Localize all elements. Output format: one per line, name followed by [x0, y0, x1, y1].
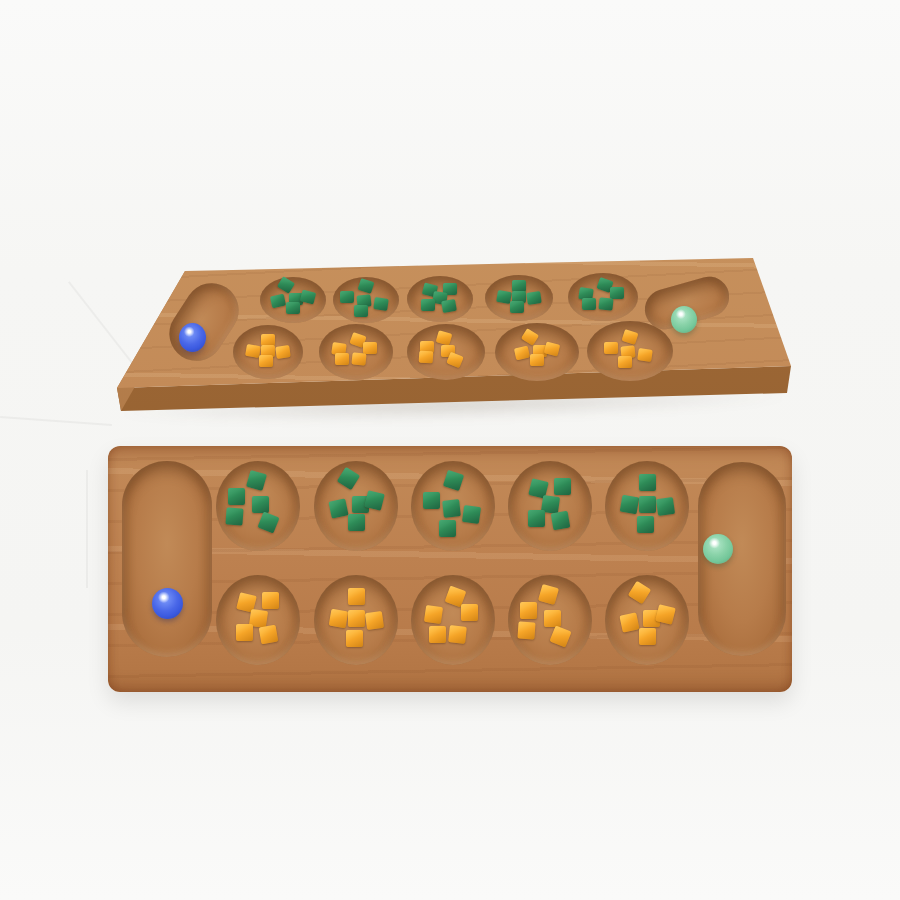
yellow-cube[interactable]: [258, 624, 278, 644]
green-cube[interactable]: [270, 294, 286, 309]
top-board-green-pit-1[interactable]: [260, 277, 326, 323]
yellow-cube[interactable]: [262, 592, 279, 609]
green-cube[interactable]: [582, 298, 596, 310]
top-board-yellow-pit-3[interactable]: [407, 324, 485, 380]
yellow-cube[interactable]: [328, 608, 348, 628]
green-cube[interactable]: [461, 504, 480, 523]
bottom-board-yellow-pit-5[interactable]: [605, 575, 689, 665]
green-cube[interactable]: [554, 478, 571, 495]
yellow-cube[interactable]: [549, 625, 571, 647]
yellow-cube[interactable]: [436, 330, 453, 345]
yellow-cube[interactable]: [335, 353, 349, 365]
yellow-cube[interactable]: [275, 345, 291, 359]
yellow-cube[interactable]: [446, 352, 463, 368]
bottom-board-yellow-pit-4[interactable]: [508, 575, 592, 665]
green-cube[interactable]: [423, 492, 440, 509]
yellow-cube[interactable]: [655, 604, 676, 625]
green-cube[interactable]: [225, 507, 243, 525]
yellow-cube[interactable]: [364, 610, 383, 629]
green-cube[interactable]: [257, 511, 279, 533]
green-cube[interactable]: [442, 499, 461, 518]
yellow-cube[interactable]: [604, 342, 618, 354]
yellow-cube[interactable]: [530, 354, 544, 366]
green-cube[interactable]: [354, 305, 368, 317]
green-cube[interactable]: [252, 496, 269, 513]
bottom-board-green-pit-5[interactable]: [605, 461, 689, 551]
yellow-cube[interactable]: [346, 630, 363, 647]
top-board-green-marble[interactable]: [671, 306, 697, 333]
green-cube[interactable]: [637, 516, 654, 533]
green-cube[interactable]: [526, 291, 542, 305]
top-board-green-pit-5[interactable]: [568, 273, 638, 321]
bottom-board-yellow-pit-2[interactable]: [314, 575, 398, 665]
green-cube[interactable]: [421, 299, 435, 311]
green-cube[interactable]: [442, 469, 463, 490]
green-cube[interactable]: [357, 278, 374, 294]
yellow-cube[interactable]: [514, 346, 530, 361]
top-board-green-pit-4[interactable]: [485, 275, 553, 321]
yellow-cube[interactable]: [517, 621, 535, 639]
green-cube[interactable]: [340, 291, 354, 303]
green-cube[interactable]: [373, 297, 389, 311]
green-cube[interactable]: [619, 494, 639, 514]
yellow-cube[interactable]: [544, 610, 561, 627]
yellow-cube[interactable]: [618, 356, 632, 368]
yellow-cube[interactable]: [637, 348, 653, 362]
yellow-cube[interactable]: [236, 624, 253, 641]
yellow-cube[interactable]: [448, 625, 467, 644]
top-board-yellow-pit-5[interactable]: [587, 321, 673, 381]
yellow-cube[interactable]: [348, 588, 365, 605]
green-cube[interactable]: [441, 299, 457, 313]
yellow-cube[interactable]: [520, 602, 537, 619]
green-cube[interactable]: [439, 520, 456, 537]
green-cube[interactable]: [328, 498, 348, 518]
yellow-cube[interactable]: [348, 610, 365, 627]
background-edge-vertical: [86, 470, 88, 588]
yellow-cube[interactable]: [423, 604, 442, 623]
top-board-green-pit-3[interactable]: [407, 276, 473, 322]
yellow-cube[interactable]: [461, 604, 478, 621]
bottom-board-green-pit-2[interactable]: [314, 461, 398, 551]
bottom-board-left-store[interactable]: [122, 461, 212, 657]
yellow-cube[interactable]: [521, 328, 539, 346]
green-cube[interactable]: [610, 287, 624, 299]
green-cube[interactable]: [348, 514, 365, 531]
top-board-yellow-pit-4[interactable]: [495, 323, 579, 381]
green-cube[interactable]: [245, 469, 266, 490]
bottom-board-green-marble[interactable]: [703, 534, 733, 564]
product-photo-scene: [0, 0, 900, 900]
top-board-blue-marble[interactable]: [179, 323, 206, 352]
green-cube[interactable]: [228, 488, 245, 505]
green-cube[interactable]: [277, 276, 295, 294]
green-cube[interactable]: [639, 496, 656, 513]
green-cube[interactable]: [510, 301, 524, 313]
green-cube[interactable]: [364, 490, 385, 511]
background-edge-horizontal: [0, 416, 112, 426]
bottom-board-green-pit-4[interactable]: [508, 461, 592, 551]
green-cube[interactable]: [286, 302, 300, 314]
yellow-cube[interactable]: [429, 626, 446, 643]
green-cube[interactable]: [550, 510, 570, 530]
green-cube[interactable]: [639, 474, 656, 491]
top-board-yellow-pit-1[interactable]: [233, 325, 303, 379]
yellow-cube[interactable]: [537, 583, 558, 604]
bottom-board-yellow-pit-3[interactable]: [411, 575, 495, 665]
yellow-cube[interactable]: [259, 355, 273, 367]
bottom-board-green-pit-1[interactable]: [216, 461, 300, 551]
yellow-cube[interactable]: [621, 329, 638, 345]
yellow-cube[interactable]: [627, 580, 650, 603]
bottom-board-yellow-pit-1[interactable]: [216, 575, 300, 665]
top-board-yellow-pit-2[interactable]: [319, 324, 393, 380]
top-board-green-pit-2[interactable]: [333, 277, 399, 323]
yellow-cube[interactable]: [351, 352, 366, 365]
bottom-board-blue-marble[interactable]: [152, 588, 183, 619]
green-cube[interactable]: [598, 297, 613, 310]
yellow-cube[interactable]: [419, 351, 434, 364]
yellow-cube[interactable]: [639, 628, 656, 645]
yellow-cube[interactable]: [619, 612, 639, 632]
bottom-board-green-pit-3[interactable]: [411, 461, 495, 551]
green-cube[interactable]: [528, 510, 545, 527]
green-cube[interactable]: [336, 466, 359, 489]
green-cube[interactable]: [655, 496, 674, 515]
yellow-cube[interactable]: [363, 342, 377, 354]
